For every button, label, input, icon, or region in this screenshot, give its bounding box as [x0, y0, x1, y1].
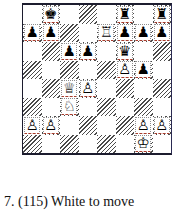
white-knight-c3: ♘	[61, 98, 77, 115]
white-queen-c4: ♕	[61, 80, 77, 97]
square-f6: ♛	[116, 42, 135, 61]
square-d6: ♟	[79, 42, 98, 61]
square-f7: ♟	[116, 24, 135, 43]
black-rook-f8: ♜	[117, 6, 133, 23]
square-e3	[97, 98, 116, 117]
square-a2: ♙	[23, 116, 42, 135]
square-b6	[42, 42, 61, 61]
square-a4	[23, 79, 42, 98]
black-pawn-g7: ♟	[135, 24, 151, 41]
black-pawn-b7: ♟	[43, 24, 59, 41]
square-b1	[42, 135, 61, 154]
white-pawn-d4: ♙	[80, 80, 96, 97]
square-e5	[97, 61, 116, 80]
square-h2: ♙	[153, 116, 172, 135]
square-d2	[79, 116, 98, 135]
square-b3	[42, 98, 61, 117]
square-c7	[60, 24, 79, 43]
square-h4	[153, 79, 172, 98]
square-g6	[134, 42, 153, 61]
chess-diagram-page: ♚♜♜♟♟♖♟♟♟♟♟♛♙♟♕♙♘♙♙♙♙♔ 7. (115) White to…	[0, 0, 181, 221]
square-h7: ♟	[153, 24, 172, 43]
black-pawn-g5: ♟	[135, 61, 151, 78]
square-e4	[97, 79, 116, 98]
chess-board: ♚♜♜♟♟♖♟♟♟♟♟♛♙♟♕♙♘♙♙♙♙♔	[22, 3, 172, 155]
square-e1	[97, 135, 116, 154]
square-f4	[116, 79, 135, 98]
square-b4	[42, 79, 61, 98]
white-pawn-g2: ♙	[135, 117, 151, 134]
black-pawn-f7: ♟	[117, 24, 133, 41]
square-e2	[97, 116, 116, 135]
square-g3	[134, 98, 153, 117]
white-pawn-h2: ♙	[154, 117, 170, 134]
square-h5	[153, 61, 172, 80]
square-h3	[153, 98, 172, 117]
black-queen-f6: ♛	[117, 43, 133, 60]
square-d8	[79, 5, 98, 24]
square-a7: ♟	[23, 24, 42, 43]
square-f8: ♜	[116, 5, 135, 24]
black-king-b8: ♚	[43, 6, 59, 23]
square-e7: ♖	[97, 24, 116, 43]
square-g1: ♔	[134, 135, 153, 154]
square-f2	[116, 116, 135, 135]
black-rook-h8: ♜	[154, 6, 170, 23]
square-g5: ♟	[134, 61, 153, 80]
square-c4: ♕	[60, 79, 79, 98]
square-a1	[23, 135, 42, 154]
white-king-g1: ♔	[135, 135, 151, 152]
square-a6	[23, 42, 42, 61]
square-f5: ♙	[116, 61, 135, 80]
square-c8	[60, 5, 79, 24]
square-f1	[116, 135, 135, 154]
white-pawn-f5: ♙	[117, 61, 133, 78]
black-pawn-h7: ♟	[154, 24, 170, 41]
white-pawn-a2: ♙	[24, 117, 40, 134]
square-a3	[23, 98, 42, 117]
square-b5	[42, 61, 61, 80]
square-c5	[60, 61, 79, 80]
black-pawn-d6: ♟	[80, 43, 96, 60]
black-pawn-a7: ♟	[24, 24, 40, 41]
square-c3: ♘	[60, 98, 79, 117]
square-e6	[97, 42, 116, 61]
square-b8: ♚	[42, 5, 61, 24]
square-c1	[60, 135, 79, 154]
square-a8	[23, 5, 42, 24]
square-h6	[153, 42, 172, 61]
square-f3	[116, 98, 135, 117]
square-d4: ♙	[79, 79, 98, 98]
black-pawn-c6: ♟	[61, 43, 77, 60]
diagram-caption: 7. (115) White to move	[4, 194, 134, 210]
square-h8: ♜	[153, 5, 172, 24]
square-e8	[97, 5, 116, 24]
square-a5	[23, 61, 42, 80]
white-pawn-b2: ♙	[43, 117, 59, 134]
square-d1	[79, 135, 98, 154]
square-b7: ♟	[42, 24, 61, 43]
square-d3	[79, 98, 98, 117]
square-b2: ♙	[42, 116, 61, 135]
square-g4	[134, 79, 153, 98]
square-g8	[134, 5, 153, 24]
square-d7	[79, 24, 98, 43]
square-d5	[79, 61, 98, 80]
square-c6: ♟	[60, 42, 79, 61]
square-g2: ♙	[134, 116, 153, 135]
square-c2	[60, 116, 79, 135]
white-rook-e7: ♖	[98, 24, 114, 41]
square-h1	[153, 135, 172, 154]
square-g7: ♟	[134, 24, 153, 43]
